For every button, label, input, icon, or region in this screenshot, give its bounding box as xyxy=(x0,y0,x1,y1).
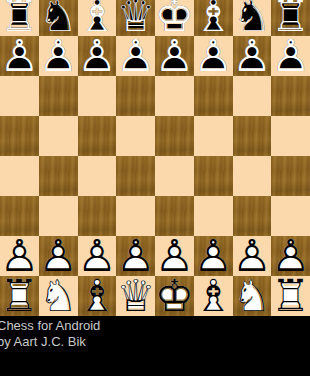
square-f3[interactable] xyxy=(194,196,233,236)
black-pawn-piece: ♟♙ xyxy=(116,36,155,76)
black-pawn-piece: ♟♙ xyxy=(155,36,194,76)
square-a1[interactable]: ♜♖ xyxy=(0,276,39,316)
square-a6[interactable] xyxy=(0,76,39,116)
piece-outline-glyph: ♗ xyxy=(78,276,117,316)
square-b5[interactable] xyxy=(39,116,78,156)
white-pawn-piece: ♟♙ xyxy=(194,236,233,276)
piece-outline-glyph: ♘ xyxy=(39,276,78,316)
square-g5[interactable] xyxy=(233,116,272,156)
chess-board[interactable]: ♜♖♞♘♝♗♛♕♚♔♝♗♞♘♜♖♟♙♟♙♟♙♟♙♟♙♟♙♟♙♟♙♟♙♟♙♟♙♟♙… xyxy=(0,0,310,316)
piece-outline-glyph: ♙ xyxy=(78,36,117,76)
piece-outline-glyph: ♙ xyxy=(116,36,155,76)
piece-fill-glyph: ♟ xyxy=(194,36,233,76)
square-e6[interactable] xyxy=(155,76,194,116)
square-g2[interactable]: ♟♙ xyxy=(233,236,272,276)
piece-fill-glyph: ♞ xyxy=(39,276,78,316)
white-pawn-piece: ♟♙ xyxy=(271,236,310,276)
piece-fill-glyph: ♟ xyxy=(271,236,310,276)
square-e5[interactable] xyxy=(155,116,194,156)
square-d1[interactable]: ♛♕ xyxy=(116,276,155,316)
square-g6[interactable] xyxy=(233,76,272,116)
piece-fill-glyph: ♛ xyxy=(116,276,155,316)
piece-fill-glyph: ♝ xyxy=(194,276,233,316)
piece-fill-glyph: ♚ xyxy=(155,276,194,316)
square-c1[interactable]: ♝♗ xyxy=(78,276,117,316)
piece-fill-glyph: ♟ xyxy=(0,36,39,76)
piece-fill-glyph: ♟ xyxy=(116,36,155,76)
square-h7[interactable]: ♟♙ xyxy=(271,36,310,76)
piece-outline-glyph: ♘ xyxy=(233,0,272,36)
piece-outline-glyph: ♙ xyxy=(0,36,39,76)
square-e7[interactable]: ♟♙ xyxy=(155,36,194,76)
piece-fill-glyph: ♝ xyxy=(78,0,117,36)
square-d7[interactable]: ♟♙ xyxy=(116,36,155,76)
white-rook-piece: ♜♖ xyxy=(271,276,310,316)
square-f6[interactable] xyxy=(194,76,233,116)
piece-outline-glyph: ♙ xyxy=(271,236,310,276)
white-pawn-piece: ♟♙ xyxy=(233,236,272,276)
piece-outline-glyph: ♘ xyxy=(233,276,272,316)
square-b2[interactable]: ♟♙ xyxy=(39,236,78,276)
piece-fill-glyph: ♞ xyxy=(233,0,272,36)
black-king-piece: ♚♔ xyxy=(155,0,194,36)
black-bishop-piece: ♝♗ xyxy=(194,0,233,36)
square-e4[interactable] xyxy=(155,156,194,196)
square-g1[interactable]: ♞♘ xyxy=(233,276,272,316)
piece-outline-glyph: ♔ xyxy=(155,0,194,36)
square-h2[interactable]: ♟♙ xyxy=(271,236,310,276)
square-d3[interactable] xyxy=(116,196,155,236)
square-a4[interactable] xyxy=(0,156,39,196)
piece-outline-glyph: ♙ xyxy=(39,236,78,276)
square-g3[interactable] xyxy=(233,196,272,236)
square-h5[interactable] xyxy=(271,116,310,156)
square-f1[interactable]: ♝♗ xyxy=(194,276,233,316)
square-h6[interactable] xyxy=(271,76,310,116)
piece-fill-glyph: ♞ xyxy=(39,0,78,36)
piece-fill-glyph: ♟ xyxy=(0,236,39,276)
black-pawn-piece: ♟♙ xyxy=(0,36,39,76)
piece-fill-glyph: ♟ xyxy=(39,236,78,276)
square-c5[interactable] xyxy=(78,116,117,156)
piece-outline-glyph: ♖ xyxy=(271,0,310,36)
piece-outline-glyph: ♗ xyxy=(194,276,233,316)
square-c4[interactable] xyxy=(78,156,117,196)
piece-fill-glyph: ♟ xyxy=(155,36,194,76)
piece-fill-glyph: ♜ xyxy=(0,276,39,316)
piece-fill-glyph: ♟ xyxy=(233,36,272,76)
square-e1[interactable]: ♚♔ xyxy=(155,276,194,316)
status-bar: Chess for Android by Aart J.C. Bik xyxy=(0,316,310,376)
black-knight-piece: ♞♘ xyxy=(39,0,78,36)
piece-outline-glyph: ♕ xyxy=(116,0,155,36)
white-pawn-piece: ♟♙ xyxy=(116,236,155,276)
app-screen: ♜♖♞♘♝♗♛♕♚♔♝♗♞♘♜♖♟♙♟♙♟♙♟♙♟♙♟♙♟♙♟♙♟♙♟♙♟♙♟♙… xyxy=(0,0,310,376)
white-king-piece: ♚♔ xyxy=(155,276,194,316)
square-f2[interactable]: ♟♙ xyxy=(194,236,233,276)
black-pawn-piece: ♟♙ xyxy=(78,36,117,76)
square-a5[interactable] xyxy=(0,116,39,156)
piece-outline-glyph: ♙ xyxy=(155,36,194,76)
square-h8[interactable]: ♜♖ xyxy=(271,0,310,36)
white-pawn-piece: ♟♙ xyxy=(0,236,39,276)
app-author: by Aart J.C. Bik xyxy=(0,334,310,350)
white-pawn-piece: ♟♙ xyxy=(78,236,117,276)
black-pawn-piece: ♟♙ xyxy=(271,36,310,76)
black-rook-piece: ♜♖ xyxy=(0,0,39,36)
piece-outline-glyph: ♙ xyxy=(194,236,233,276)
piece-outline-glyph: ♙ xyxy=(233,36,272,76)
white-knight-piece: ♞♘ xyxy=(233,276,272,316)
black-bishop-piece: ♝♗ xyxy=(78,0,117,36)
square-c2[interactable]: ♟♙ xyxy=(78,236,117,276)
piece-outline-glyph: ♙ xyxy=(233,236,272,276)
white-bishop-piece: ♝♗ xyxy=(78,276,117,316)
square-d5[interactable] xyxy=(116,116,155,156)
square-g8[interactable]: ♞♘ xyxy=(233,0,272,36)
piece-outline-glyph: ♕ xyxy=(116,276,155,316)
square-h4[interactable] xyxy=(271,156,310,196)
piece-outline-glyph: ♖ xyxy=(271,276,310,316)
square-e2[interactable]: ♟♙ xyxy=(155,236,194,276)
piece-fill-glyph: ♟ xyxy=(78,236,117,276)
square-f5[interactable] xyxy=(194,116,233,156)
square-b1[interactable]: ♞♘ xyxy=(39,276,78,316)
piece-fill-glyph: ♜ xyxy=(0,0,39,36)
square-h3[interactable] xyxy=(271,196,310,236)
square-g7[interactable]: ♟♙ xyxy=(233,36,272,76)
board-viewport: ♜♖♞♘♝♗♛♕♚♔♝♗♞♘♜♖♟♙♟♙♟♙♟♙♟♙♟♙♟♙♟♙♟♙♟♙♟♙♟♙… xyxy=(0,0,310,316)
square-f8[interactable]: ♝♗ xyxy=(194,0,233,36)
piece-fill-glyph: ♜ xyxy=(271,0,310,36)
piece-fill-glyph: ♟ xyxy=(39,36,78,76)
black-pawn-piece: ♟♙ xyxy=(194,36,233,76)
app-title: Chess for Android xyxy=(0,318,310,334)
piece-fill-glyph: ♟ xyxy=(78,36,117,76)
square-a7[interactable]: ♟♙ xyxy=(0,36,39,76)
white-queen-piece: ♛♕ xyxy=(116,276,155,316)
piece-outline-glyph: ♖ xyxy=(0,276,39,316)
piece-outline-glyph: ♙ xyxy=(78,236,117,276)
piece-outline-glyph: ♗ xyxy=(78,0,117,36)
square-c8[interactable]: ♝♗ xyxy=(78,0,117,36)
square-b4[interactable] xyxy=(39,156,78,196)
black-rook-piece: ♜♖ xyxy=(271,0,310,36)
piece-outline-glyph: ♘ xyxy=(39,0,78,36)
square-b7[interactable]: ♟♙ xyxy=(39,36,78,76)
piece-outline-glyph: ♙ xyxy=(0,236,39,276)
white-pawn-piece: ♟♙ xyxy=(155,236,194,276)
piece-fill-glyph: ♟ xyxy=(155,236,194,276)
piece-outline-glyph: ♙ xyxy=(155,236,194,276)
square-f4[interactable] xyxy=(194,156,233,196)
piece-outline-glyph: ♖ xyxy=(0,0,39,36)
piece-fill-glyph: ♟ xyxy=(194,236,233,276)
piece-outline-glyph: ♙ xyxy=(116,236,155,276)
white-knight-piece: ♞♘ xyxy=(39,276,78,316)
square-d6[interactable] xyxy=(116,76,155,116)
square-b8[interactable]: ♞♘ xyxy=(39,0,78,36)
piece-outline-glyph: ♗ xyxy=(194,0,233,36)
square-c6[interactable] xyxy=(78,76,117,116)
square-a8[interactable]: ♜♖ xyxy=(0,0,39,36)
square-e8[interactable]: ♚♔ xyxy=(155,0,194,36)
square-d2[interactable]: ♟♙ xyxy=(116,236,155,276)
square-b3[interactable] xyxy=(39,196,78,236)
black-knight-piece: ♞♘ xyxy=(233,0,272,36)
piece-fill-glyph: ♛ xyxy=(116,0,155,36)
square-a3[interactable] xyxy=(0,196,39,236)
square-b6[interactable] xyxy=(39,76,78,116)
piece-fill-glyph: ♟ xyxy=(233,236,272,276)
piece-fill-glyph: ♝ xyxy=(194,0,233,36)
square-f7[interactable]: ♟♙ xyxy=(194,36,233,76)
piece-fill-glyph: ♝ xyxy=(78,276,117,316)
white-pawn-piece: ♟♙ xyxy=(39,236,78,276)
square-h1[interactable]: ♜♖ xyxy=(271,276,310,316)
square-c3[interactable] xyxy=(78,196,117,236)
piece-fill-glyph: ♞ xyxy=(233,276,272,316)
black-pawn-piece: ♟♙ xyxy=(39,36,78,76)
black-queen-piece: ♛♕ xyxy=(116,0,155,36)
white-rook-piece: ♜♖ xyxy=(0,276,39,316)
square-a2[interactable]: ♟♙ xyxy=(0,236,39,276)
piece-outline-glyph: ♙ xyxy=(194,36,233,76)
piece-fill-glyph: ♜ xyxy=(271,276,310,316)
piece-fill-glyph: ♟ xyxy=(271,36,310,76)
piece-outline-glyph: ♙ xyxy=(39,36,78,76)
white-bishop-piece: ♝♗ xyxy=(194,276,233,316)
square-g4[interactable] xyxy=(233,156,272,196)
piece-fill-glyph: ♚ xyxy=(155,0,194,36)
piece-fill-glyph: ♟ xyxy=(116,236,155,276)
black-pawn-piece: ♟♙ xyxy=(233,36,272,76)
square-d8[interactable]: ♛♕ xyxy=(116,0,155,36)
square-d4[interactable] xyxy=(116,156,155,196)
square-e3[interactable] xyxy=(155,196,194,236)
square-c7[interactable]: ♟♙ xyxy=(78,36,117,76)
piece-outline-glyph: ♙ xyxy=(271,36,310,76)
piece-outline-glyph: ♔ xyxy=(155,276,194,316)
